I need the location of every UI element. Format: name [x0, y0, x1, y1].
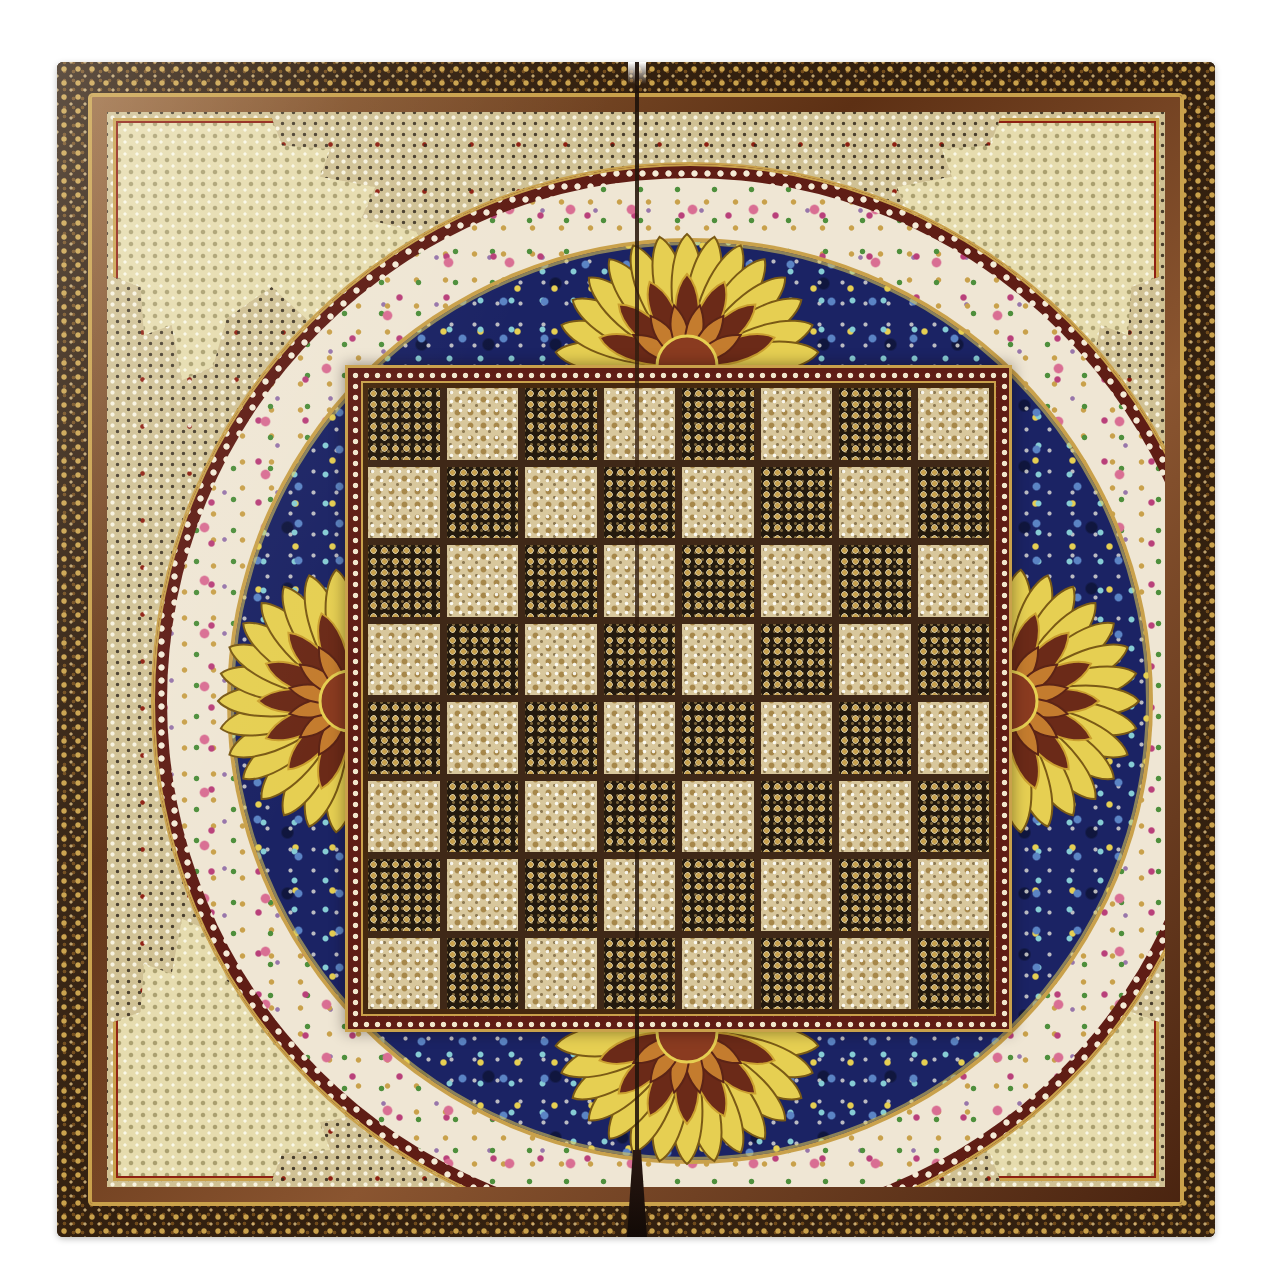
square-b5[interactable]	[447, 624, 519, 696]
chess-board-photo	[57, 62, 1215, 1237]
square-f4[interactable]	[761, 702, 833, 774]
square-b3[interactable]	[447, 781, 519, 853]
square-h3[interactable]	[918, 781, 990, 853]
square-c4[interactable]	[525, 702, 597, 774]
square-g7[interactable]	[839, 467, 911, 539]
square-b7[interactable]	[447, 467, 519, 539]
square-e2[interactable]	[682, 859, 754, 931]
photo-background	[0, 0, 1280, 1280]
square-e5[interactable]	[682, 624, 754, 696]
square-b4[interactable]	[447, 702, 519, 774]
square-a5[interactable]	[368, 624, 440, 696]
square-d1[interactable]	[604, 938, 676, 1010]
square-e6[interactable]	[682, 545, 754, 617]
square-g3[interactable]	[839, 781, 911, 853]
chessboard-grid	[368, 388, 989, 1009]
square-c7[interactable]	[525, 467, 597, 539]
square-d8[interactable]	[604, 388, 676, 460]
square-b2[interactable]	[447, 859, 519, 931]
square-a7[interactable]	[368, 467, 440, 539]
square-h6[interactable]	[918, 545, 990, 617]
square-f1[interactable]	[761, 938, 833, 1010]
square-f6[interactable]	[761, 545, 833, 617]
square-h1[interactable]	[918, 938, 990, 1010]
square-c6[interactable]	[525, 545, 597, 617]
square-f2[interactable]	[761, 859, 833, 931]
square-b8[interactable]	[447, 388, 519, 460]
square-e3[interactable]	[682, 781, 754, 853]
square-e7[interactable]	[682, 467, 754, 539]
square-f8[interactable]	[761, 388, 833, 460]
square-c1[interactable]	[525, 938, 597, 1010]
square-a6[interactable]	[368, 545, 440, 617]
square-h7[interactable]	[918, 467, 990, 539]
square-d2[interactable]	[604, 859, 676, 931]
square-a3[interactable]	[368, 781, 440, 853]
square-h2[interactable]	[918, 859, 990, 931]
square-f7[interactable]	[761, 467, 833, 539]
square-c2[interactable]	[525, 859, 597, 931]
square-e1[interactable]	[682, 938, 754, 1010]
square-d5[interactable]	[604, 624, 676, 696]
chessboard-inner-frame	[361, 381, 996, 1016]
square-a8[interactable]	[368, 388, 440, 460]
square-g8[interactable]	[839, 388, 911, 460]
square-a1[interactable]	[368, 938, 440, 1010]
square-f3[interactable]	[761, 781, 833, 853]
square-e4[interactable]	[682, 702, 754, 774]
square-a2[interactable]	[368, 859, 440, 931]
square-g4[interactable]	[839, 702, 911, 774]
square-b6[interactable]	[447, 545, 519, 617]
fold-seam	[635, 62, 639, 1237]
square-d4[interactable]	[604, 702, 676, 774]
square-d7[interactable]	[604, 467, 676, 539]
square-c3[interactable]	[525, 781, 597, 853]
square-b1[interactable]	[447, 938, 519, 1010]
square-c5[interactable]	[525, 624, 597, 696]
square-d3[interactable]	[604, 781, 676, 853]
square-g1[interactable]	[839, 938, 911, 1010]
square-h8[interactable]	[918, 388, 990, 460]
square-g5[interactable]	[839, 624, 911, 696]
chessboard-frame	[345, 365, 1012, 1032]
square-g2[interactable]	[839, 859, 911, 931]
square-h5[interactable]	[918, 624, 990, 696]
square-f5[interactable]	[761, 624, 833, 696]
square-e8[interactable]	[682, 388, 754, 460]
square-a4[interactable]	[368, 702, 440, 774]
square-c8[interactable]	[525, 388, 597, 460]
square-d6[interactable]	[604, 545, 676, 617]
square-h4[interactable]	[918, 702, 990, 774]
square-g6[interactable]	[839, 545, 911, 617]
